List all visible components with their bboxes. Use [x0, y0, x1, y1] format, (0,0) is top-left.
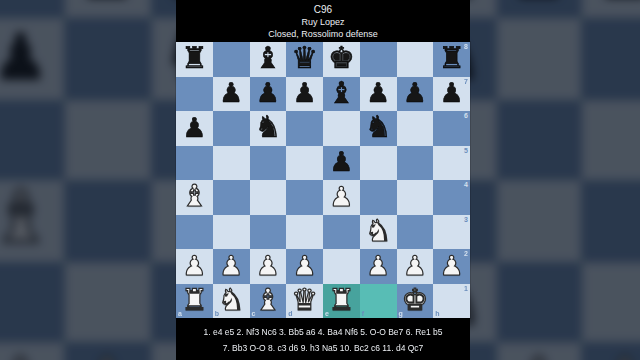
white-pawn-piece: ♟: [440, 252, 464, 279]
rank-label-1: 1: [464, 285, 468, 292]
square-h3: 3: [433, 215, 470, 250]
white-pawn-piece: ♟: [329, 183, 353, 210]
black-bishop-piece: ♝: [328, 78, 355, 108]
white-pawn-piece: ♟: [182, 252, 206, 279]
black-pawn-piece: ♟: [256, 79, 280, 106]
white-rook-piece: ♜: [181, 285, 208, 315]
square-b1: ♞b: [213, 284, 250, 319]
white-pawn-piece: ♟: [256, 252, 280, 279]
square-e5: ♟: [323, 146, 360, 181]
chess-board: ♜♝♛♚♜8♟♟♟♝♟♟♟7♟♞♞6♟5♝♟4♞3♟♟♟♟♟♟♟2♜a♞b♝c♛…: [176, 42, 470, 318]
square-g7: ♟: [397, 77, 434, 112]
black-king-piece: ♚: [328, 43, 355, 73]
file-label-b: b: [215, 310, 219, 317]
file-label-g: g: [399, 310, 403, 317]
square-c8: ♝: [250, 42, 287, 77]
eco-code: C96: [314, 4, 332, 15]
moves-footer-bar: 1. e4 e5 2. Nf3 Nc6 3. Bb5 a6 4. Ba4 Nf6…: [176, 318, 470, 360]
square-c6: ♞: [250, 111, 287, 146]
square-c5: [250, 146, 287, 181]
white-knight-piece: ♞: [365, 216, 392, 246]
square-h7: ♟7: [433, 77, 470, 112]
square-h4: 4: [433, 180, 470, 215]
square-b2: ♟: [213, 249, 250, 284]
rank-label-7: 7: [464, 78, 468, 85]
black-pawn-piece: ♟: [219, 79, 243, 106]
square-h2: ♟2: [433, 249, 470, 284]
black-pawn-piece: ♟: [403, 79, 427, 106]
square-e8: ♚: [323, 42, 360, 77]
file-label-e: e: [325, 310, 329, 317]
black-knight-piece: ♞: [365, 112, 392, 142]
square-h1: 1h: [433, 284, 470, 319]
square-h6: 6: [433, 111, 470, 146]
file-label-a: a: [178, 310, 182, 317]
square-b6: [213, 111, 250, 146]
opening-name: Ruy Lopez: [301, 17, 344, 27]
square-e4: ♟: [323, 180, 360, 215]
rank-label-3: 3: [464, 216, 468, 223]
square-h8: ♜8: [433, 42, 470, 77]
square-d8: ♛: [286, 42, 323, 77]
black-queen-piece: ♛: [291, 43, 318, 73]
rank-label-2: 2: [464, 250, 468, 257]
opening-header-bar: C96 Ruy Lopez Closed, Rossolimo defense: [176, 0, 470, 42]
white-pawn-piece: ♟: [403, 252, 427, 279]
square-e7: ♝: [323, 77, 360, 112]
square-g1: ♚g: [397, 284, 434, 319]
square-g5: [397, 146, 434, 181]
square-b7: ♟: [213, 77, 250, 112]
rank-label-4: 4: [464, 181, 468, 188]
square-d4: [286, 180, 323, 215]
white-pawn-piece: ♟: [293, 252, 317, 279]
black-knight-piece: ♞: [254, 112, 281, 142]
square-b5: [213, 146, 250, 181]
square-f1: f: [360, 284, 397, 319]
white-pawn-piece: ♟: [219, 252, 243, 279]
square-f3: ♞: [360, 215, 397, 250]
square-a8: ♜: [176, 42, 213, 77]
square-e6: [323, 111, 360, 146]
square-b4: [213, 180, 250, 215]
white-queen-piece: ♛: [291, 285, 318, 315]
black-pawn-piece: ♟: [182, 114, 206, 141]
white-king-piece: ♚: [401, 285, 428, 315]
square-d6: [286, 111, 323, 146]
variation-name: Closed, Rossolimo defense: [268, 29, 378, 39]
square-c3: [250, 215, 287, 250]
square-a3: [176, 215, 213, 250]
square-d3: [286, 215, 323, 250]
file-label-d: d: [288, 310, 292, 317]
square-f2: ♟: [360, 249, 397, 284]
square-d7: ♟: [286, 77, 323, 112]
black-pawn-piece: ♟: [293, 79, 317, 106]
square-b8: [213, 42, 250, 77]
square-f4: [360, 180, 397, 215]
white-knight-piece: ♞: [218, 285, 245, 315]
white-bishop-piece: ♝: [254, 285, 281, 315]
square-a4: ♝: [176, 180, 213, 215]
square-a2: ♟: [176, 249, 213, 284]
black-pawn-piece: ♟: [366, 79, 390, 106]
square-a1: ♜a: [176, 284, 213, 319]
white-bishop-piece: ♝: [181, 181, 208, 211]
square-g8: [397, 42, 434, 77]
white-rook-piece: ♜: [328, 285, 355, 315]
rank-label-6: 6: [464, 112, 468, 119]
file-label-h: h: [435, 310, 439, 317]
rank-label-5: 5: [464, 147, 468, 154]
black-pawn-piece: ♟: [329, 148, 353, 175]
rank-label-8: 8: [464, 43, 468, 50]
square-b3: [213, 215, 250, 250]
black-rook-piece: ♜: [438, 43, 465, 73]
square-c1: ♝c: [250, 284, 287, 319]
square-h5: 5: [433, 146, 470, 181]
square-f8: [360, 42, 397, 77]
square-d5: [286, 146, 323, 181]
square-g3: [397, 215, 434, 250]
square-g4: [397, 180, 434, 215]
square-f5: [360, 146, 397, 181]
square-c4: [250, 180, 287, 215]
square-e2: [323, 249, 360, 284]
square-g2: ♟: [397, 249, 434, 284]
square-f7: ♟: [360, 77, 397, 112]
square-d1: ♛d: [286, 284, 323, 319]
moves-line-1: 1. e4 e5 2. Nf3 Nc6 3. Bb5 a6 4. Ba4 Nf6…: [203, 327, 442, 337]
square-e3: [323, 215, 360, 250]
square-d2: ♟: [286, 249, 323, 284]
square-a5: [176, 146, 213, 181]
black-bishop-piece: ♝: [254, 43, 281, 73]
square-c7: ♟: [250, 77, 287, 112]
square-a7: [176, 77, 213, 112]
black-pawn-piece: ♟: [440, 79, 464, 106]
file-label-f: f: [362, 310, 364, 317]
white-pawn-piece: ♟: [366, 252, 390, 279]
square-g6: [397, 111, 434, 146]
square-f6: ♞: [360, 111, 397, 146]
square-e1: ♜e: [323, 284, 360, 319]
moves-line-2: 7. Bb3 O-O 8. c3 d6 9. h3 Na5 10. Bc2 c6…: [223, 343, 424, 353]
file-label-c: c: [252, 310, 256, 317]
square-c2: ♟: [250, 249, 287, 284]
square-a6: ♟: [176, 111, 213, 146]
black-rook-piece: ♜: [181, 43, 208, 73]
